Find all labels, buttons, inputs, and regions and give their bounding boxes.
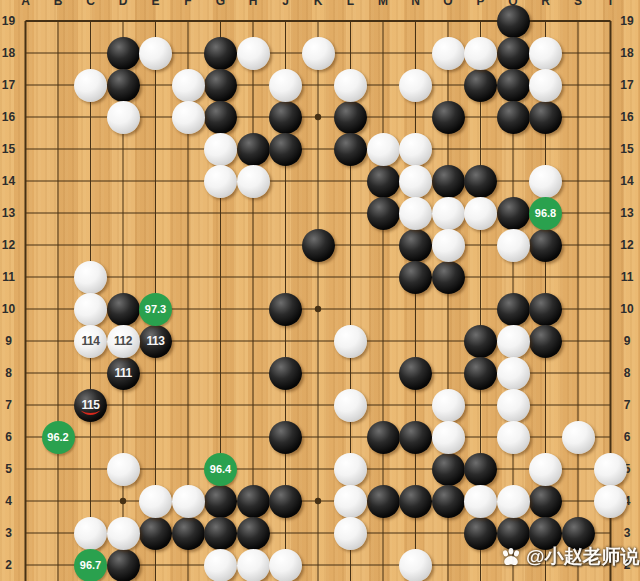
column-label: G [213,0,229,8]
stone-white[interactable]: 114 [74,325,107,358]
row-label-right: 19 [617,14,637,28]
stone-white[interactable] [107,517,140,550]
stone-white[interactable] [334,389,367,422]
column-label: L [343,0,359,8]
stone-white[interactable] [172,69,205,102]
row-label-right: 13 [617,206,637,220]
row-label-left: 4 [0,494,17,508]
stone-black[interactable]: 111 [107,357,140,390]
stone-white[interactable] [237,165,270,198]
row-label-right: 17 [617,78,637,92]
row-label-left: 19 [0,14,17,28]
row-label-left: 12 [0,238,17,252]
stone-black[interactable] [432,485,465,518]
stone-white[interactable] [74,69,107,102]
row-label-left: 6 [0,430,17,444]
stone-black[interactable] [269,293,302,326]
stone-black[interactable] [399,261,432,294]
row-label-right: 10 [617,302,637,316]
watermark-text: @小赵老师说 [526,544,640,570]
stone-white[interactable] [432,229,465,262]
row-label-left: 5 [0,462,17,476]
row-label-left: 9 [0,334,17,348]
row-label-left: 18 [0,46,17,60]
column-label: M [375,0,391,8]
row-label-left: 15 [0,142,17,156]
stone-white[interactable] [497,229,530,262]
row-label-left: 10 [0,302,17,316]
stone-black[interactable] [497,5,530,38]
stone-black[interactable] [269,133,302,166]
row-label-right: 9 [617,334,637,348]
stone-black[interactable] [302,229,335,262]
stone-black[interactable] [464,453,497,486]
stone-black[interactable]: 113 [139,325,172,358]
column-label: P [473,0,489,8]
stone-white[interactable] [529,165,562,198]
stone-black[interactable] [464,325,497,358]
stone-black[interactable] [367,165,400,198]
stone-white[interactable] [497,389,530,422]
stone-black[interactable] [269,421,302,454]
row-label-right: 7 [617,398,637,412]
row-label-left: 2 [0,558,17,572]
eval-label: 96.7 [74,549,107,581]
stone-black[interactable] [497,69,530,102]
stone-white[interactable] [367,133,400,166]
row-label-right: 6 [617,430,637,444]
stone-white[interactable] [399,133,432,166]
stone-white[interactable] [432,389,465,422]
stone-black[interactable] [464,517,497,550]
stone-black[interactable] [367,197,400,230]
stone-white[interactable] [497,325,530,358]
stone-white[interactable] [334,453,367,486]
stone-black[interactable] [269,357,302,390]
stone-white[interactable] [529,453,562,486]
stone-black[interactable] [237,517,270,550]
stone-black[interactable] [237,133,270,166]
stone-black[interactable] [334,133,367,166]
stone-white[interactable] [269,549,302,581]
move-number: 112 [114,335,132,347]
move-number: 115 [82,399,100,411]
stone-white[interactable] [432,37,465,70]
stone-black[interactable] [107,549,140,581]
stone-white[interactable] [74,517,107,550]
stone-black[interactable] [237,485,270,518]
stone-white[interactable] [432,197,465,230]
column-label: B [50,0,66,8]
row-label-left: 3 [0,526,17,540]
stone-black[interactable] [529,101,562,134]
stone-white[interactable] [107,101,140,134]
stone-white[interactable] [432,421,465,454]
row-label-left: 14 [0,174,17,188]
row-label-left: 8 [0,366,17,380]
column-label: N [408,0,424,8]
column-label: O [440,0,456,8]
stone-black[interactable] [399,421,432,454]
stone-black[interactable] [529,325,562,358]
stone-black[interactable] [204,69,237,102]
column-label: E [148,0,164,8]
stone-white[interactable] [399,197,432,230]
row-label-left: 16 [0,110,17,124]
column-label: K [310,0,326,8]
stone-white[interactable] [74,293,107,326]
row-label-left: 17 [0,78,17,92]
stone-white[interactable] [334,325,367,358]
stone-black[interactable] [464,69,497,102]
column-label: J [278,0,294,8]
stone-white[interactable] [172,101,205,134]
stone-black[interactable] [139,517,172,550]
stone-white[interactable] [497,421,530,454]
stone-black[interactable] [107,293,140,326]
stone-black[interactable] [269,485,302,518]
paw-icon [500,546,522,568]
stone-white[interactable] [399,549,432,581]
eval-label: 96.8 [529,197,562,230]
column-label: A [18,0,34,8]
stone-white[interactable] [334,485,367,518]
stone-white[interactable] [562,421,595,454]
stone-black[interactable] [172,517,205,550]
eval-label: 96.4 [204,453,237,486]
stone-black[interactable] [204,517,237,550]
stone-white[interactable] [594,453,627,486]
stone-black[interactable] [432,165,465,198]
row-label-right: 8 [617,366,637,380]
stone-black[interactable] [399,357,432,390]
stone-black[interactable]: 115 [74,389,107,422]
stone-white[interactable] [204,549,237,581]
stone-black[interactable] [432,101,465,134]
eval-label: 96.2 [42,421,75,454]
stone-black[interactable] [497,197,530,230]
stone-white[interactable] [237,37,270,70]
stone-white[interactable] [594,485,627,518]
stone-white[interactable] [464,37,497,70]
column-label: T [603,0,619,8]
stone-black[interactable] [497,293,530,326]
stone-black[interactable] [334,101,367,134]
column-label: R [538,0,554,8]
stone-black[interactable] [529,485,562,518]
stone-white[interactable] [172,485,205,518]
stone-black[interactable] [367,421,400,454]
stone-black[interactable] [204,101,237,134]
stone-white[interactable] [334,69,367,102]
row-label-left: 13 [0,206,17,220]
watermark: @小赵老师说 [500,544,640,570]
row-label-right: 12 [617,238,637,252]
stone-black[interactable] [367,485,400,518]
stone-black[interactable] [432,453,465,486]
stone-black[interactable] [204,37,237,70]
row-label-right: 3 [617,526,637,540]
row-label-right: 15 [617,142,637,156]
stone-white[interactable] [204,165,237,198]
stone-white[interactable] [107,453,140,486]
stone-black[interactable] [497,101,530,134]
stone-black[interactable] [432,261,465,294]
row-label-left: 7 [0,398,17,412]
stone-black[interactable] [464,165,497,198]
column-label: F [180,0,196,8]
column-label: S [570,0,586,8]
stone-black[interactable] [269,101,302,134]
column-label: C [83,0,99,8]
stone-black[interactable] [107,37,140,70]
row-label-left: 11 [0,270,17,284]
stone-black[interactable] [497,37,530,70]
row-label-right: 16 [617,110,637,124]
stone-white[interactable] [237,549,270,581]
stone-black[interactable] [529,293,562,326]
stone-white[interactable] [464,485,497,518]
stone-white[interactable] [269,69,302,102]
stone-black[interactable] [204,485,237,518]
go-board: ABCDEFGHJKLMNOPQRST 19181716151413121110… [0,0,640,581]
stone-white[interactable] [204,133,237,166]
stone-black[interactable] [107,69,140,102]
stone-white[interactable] [399,69,432,102]
stone-white[interactable] [399,165,432,198]
stone-white[interactable] [302,37,335,70]
stone-white[interactable] [334,517,367,550]
column-label: D [115,0,131,8]
stone-white[interactable] [497,357,530,390]
stone-white[interactable] [464,197,497,230]
stone-white[interactable]: 112 [107,325,140,358]
column-label: H [245,0,261,8]
stone-white[interactable] [139,37,172,70]
stone-black[interactable] [399,485,432,518]
stone-white[interactable] [529,37,562,70]
stone-black[interactable] [529,229,562,262]
stone-white[interactable] [139,485,172,518]
row-label-right: 18 [617,46,637,60]
move-number: 113 [147,335,165,347]
row-label-right: 11 [617,270,637,284]
eval-label: 97.3 [139,293,172,326]
stone-black[interactable] [464,357,497,390]
move-number: 114 [82,335,100,347]
row-label-right: 14 [617,174,637,188]
stone-white[interactable] [497,485,530,518]
stone-white[interactable] [74,261,107,294]
stone-black[interactable] [399,229,432,262]
stone-white[interactable] [529,69,562,102]
move-number: 111 [114,367,131,379]
